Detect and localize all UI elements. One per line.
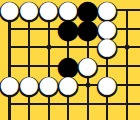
board-grid: ●●●●●●●●●●●●●●●●●●●●●●●●●●●●●●: [0, 1, 136, 113]
board-point-d5[interactable]: ●●: [58, 75, 78, 94]
white-stone-f5: ●●: [97, 75, 117, 95]
board-point-e4[interactable]: [78, 94, 98, 113]
board-point-g6[interactable]: [117, 57, 137, 76]
board-point-a7[interactable]: [0, 38, 19, 57]
board-point-d4[interactable]: [58, 94, 78, 113]
board-point-b7[interactable]: [19, 38, 39, 57]
board-point-a4[interactable]: [0, 94, 19, 113]
board-point-g9[interactable]: [117, 1, 137, 20]
board-point-f5[interactable]: ●●: [97, 75, 117, 94]
board-point-f7[interactable]: ●●: [97, 38, 117, 57]
board-point-b4[interactable]: [19, 94, 39, 113]
board-point-g7[interactable]: [117, 38, 137, 57]
board-point-a8[interactable]: [0, 19, 19, 38]
white-stone-d5: ●●: [58, 75, 78, 95]
board-point-g4[interactable]: [117, 94, 137, 113]
board-point-g8[interactable]: [117, 19, 137, 38]
white-stone-f7: ●●: [97, 37, 117, 57]
board-point-b8[interactable]: [19, 19, 39, 38]
go-board[interactable]: ●●●●●●●●●●●●●●●●●●●●●●●●●●●●●●: [0, 0, 140, 120]
board-point-g5[interactable]: [117, 75, 137, 94]
board-point-c4[interactable]: [39, 94, 59, 113]
board-point-f4[interactable]: [97, 94, 117, 113]
